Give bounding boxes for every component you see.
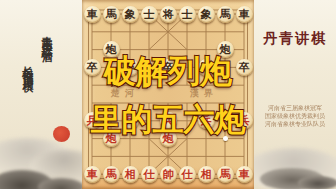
red-sun-ink-painting xyxy=(53,126,70,142)
xiangqi-board[interactable]: 楚河 漢界 車馬象士将士象馬車炮炮卒卒卒卒卒兵兵兵兵兵炮炮車馬相仕帥仕相馬車 xyxy=(82,0,254,189)
board-piece-black[interactable]: 車 xyxy=(236,6,253,23)
board-piece-red[interactable]: 馬 xyxy=(217,166,234,183)
board-piece-red[interactable]: 相 xyxy=(198,166,215,183)
board-piece-red[interactable]: 帥 xyxy=(160,166,177,183)
board-piece-black[interactable]: 車 xyxy=(84,6,101,23)
board-piece-black[interactable]: 卒 xyxy=(84,59,101,76)
right-panel: 丹青讲棋 河南省三届象棋冠军 国家级象棋优秀裁判员 河南省象棋专业队队员 xyxy=(254,0,336,189)
board-grid xyxy=(82,0,254,189)
video-thumbnail: 青山不厌三杯酒 长日惟消一局棋 xyxy=(0,0,336,189)
board-piece-black[interactable]: 象 xyxy=(122,6,139,23)
credential-line: 河南省三届象棋冠军 xyxy=(254,104,336,112)
left-panel: 青山不厌三杯酒 长日惟消一局棋 xyxy=(0,0,82,189)
poem-column-1: 青山不厌三杯酒 xyxy=(38,27,53,45)
channel-credentials: 河南省三届象棋冠军 国家级象棋优秀裁判员 河南省象棋专业队队员 xyxy=(254,104,336,128)
board-piece-red[interactable]: 相 xyxy=(122,166,139,183)
caption-line-1: 破解列炮 xyxy=(104,50,232,94)
village-sketch xyxy=(298,176,336,189)
poem-column-2: 长日惟消一局棋 xyxy=(19,57,34,75)
board-piece-black[interactable]: 馬 xyxy=(217,6,234,23)
board-piece-red[interactable]: 仕 xyxy=(179,166,196,183)
board-piece-black[interactable]: 卒 xyxy=(236,59,253,76)
credential-line: 河南省象棋专业队队员 xyxy=(254,120,336,128)
board-piece-black[interactable]: 象 xyxy=(198,6,215,23)
board-piece-red[interactable]: 車 xyxy=(84,166,101,183)
board-piece-black[interactable]: 士 xyxy=(179,6,196,23)
board-piece-black[interactable]: 馬 xyxy=(103,6,120,23)
board-piece-red[interactable]: 馬 xyxy=(103,166,120,183)
board-piece-red[interactable]: 車 xyxy=(236,166,253,183)
board-piece-black[interactable]: 士 xyxy=(141,6,158,23)
board-piece-red[interactable]: 仕 xyxy=(141,166,158,183)
ink-trees xyxy=(38,178,82,189)
credential-line: 国家级象棋优秀裁判员 xyxy=(254,112,336,120)
board-piece-black[interactable]: 将 xyxy=(160,6,177,23)
channel-title: 丹青讲棋 xyxy=(254,30,336,48)
caption-line-2: 里的五六炮 xyxy=(91,99,246,141)
